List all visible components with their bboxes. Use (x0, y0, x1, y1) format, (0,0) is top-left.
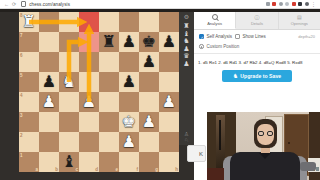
panel-tabs: Analysis ⓘ Details ▤ Openings (194, 12, 320, 30)
upgrade-to-save-button[interactable]: ♞ Upgrade to Save (222, 70, 292, 82)
square-g1[interactable]: g (139, 152, 159, 172)
square-d3[interactable] (79, 112, 99, 132)
square-b8[interactable] (39, 12, 59, 32)
file-coordinate: h (175, 167, 178, 172)
captured-piece-icon: ♟ (183, 61, 189, 69)
board-grid: 8♜7♜♟♚♟6♟5♟♞♟4♟♟♟3♚♟2♟1abc♝defgh (19, 12, 179, 172)
extension-icon[interactable] (279, 2, 283, 6)
square-a4[interactable]: 4 (19, 92, 39, 112)
square-c1[interactable]: c♝ (59, 152, 79, 172)
square-h2[interactable] (159, 132, 179, 152)
engine-line[interactable]: 1. d5 Re1 2. d6 Rd1 3. d7 Rb2 4. d8=Q Rx… (194, 54, 320, 65)
square-a5[interactable]: 5 (19, 72, 39, 92)
rank-coordinate: 4 (20, 93, 23, 98)
piece-black-p-h7[interactable]: ♟ (159, 32, 179, 52)
tab-analysis[interactable]: Analysis (194, 12, 236, 29)
browser-menu-icon[interactable]: ⋮ (311, 0, 316, 9)
square-b4[interactable]: ♟ (39, 92, 59, 112)
tab-analysis-label: Analysis (207, 21, 222, 26)
square-d2[interactable] (79, 132, 99, 152)
square-g6[interactable]: ♟ (139, 52, 159, 72)
square-c5[interactable]: ♞ (59, 72, 79, 92)
piece-white-p-g3[interactable]: ♟ (139, 112, 159, 132)
partial-popup[interactable]: K (187, 145, 206, 162)
piece-black-p-b5[interactable]: ♟ (39, 72, 59, 92)
square-h6[interactable] (159, 52, 179, 72)
extension-icon[interactable] (285, 2, 289, 6)
screen: ← ⟳ chess.com/analysis ⋮ 8♜7♜♟♚♟6♟5♟♞♟4♟… (0, 0, 320, 180)
square-g2[interactable] (139, 132, 159, 152)
captured-pieces-list: ♜♝♞♟♛♟ (183, 23, 189, 68)
file-coordinate: e (115, 167, 118, 172)
square-e5[interactable] (99, 72, 119, 92)
square-g4[interactable] (139, 92, 159, 112)
square-f4[interactable] (119, 92, 139, 112)
square-b1[interactable]: b (39, 152, 59, 172)
square-f5[interactable]: ♟ (119, 72, 139, 92)
square-c3[interactable] (59, 112, 79, 132)
square-a1[interactable]: 1a (19, 152, 39, 172)
square-e6[interactable] (99, 52, 119, 72)
piece-black-p-g6[interactable]: ♟ (139, 52, 159, 72)
square-c2[interactable] (59, 132, 79, 152)
square-g8[interactable] (139, 12, 159, 32)
square-a6[interactable]: 6 (19, 52, 39, 72)
square-b7[interactable] (39, 32, 59, 52)
tab-openings[interactable]: ▤ Openings (279, 12, 320, 29)
show-lines-label: Show Lines (243, 34, 266, 39)
tab-details-label: Details (251, 21, 263, 26)
extension-icon[interactable] (266, 2, 270, 6)
square-d6[interactable] (79, 52, 99, 72)
show-lines-checkbox[interactable] (235, 34, 240, 39)
depth-label: depth=20 (298, 34, 315, 39)
square-c4[interactable] (59, 92, 79, 112)
door-knob (288, 142, 290, 144)
magnifier-icon (212, 14, 218, 20)
partial-popup-label: K (199, 151, 203, 157)
tab-details[interactable]: ⓘ Details (236, 12, 278, 29)
self-analysis-label: Self Analysis (207, 34, 233, 39)
square-b3[interactable] (39, 112, 59, 132)
rank-coordinate: 2 (20, 133, 23, 138)
square-h4[interactable]: ♟ (159, 92, 179, 112)
back-icon[interactable]: ← (4, 0, 9, 9)
square-h5[interactable] (159, 72, 179, 92)
square-e4[interactable] (99, 92, 119, 112)
square-d8[interactable] (79, 12, 99, 32)
custom-position-icon (199, 44, 204, 49)
square-g5[interactable] (139, 72, 159, 92)
refresh-icon[interactable]: ⟳ (12, 0, 16, 9)
file-coordinate: b (55, 167, 58, 172)
piece-white-p-b4[interactable]: ♟ (39, 92, 59, 112)
chess-board[interactable]: 8♜7♜♟♚♟6♟5♟♞♟4♟♟♟3♚♟2♟1abc♝defgh (19, 12, 179, 172)
webcam-overlay (207, 112, 320, 180)
captured-pieces-bottom: ♙♘ (184, 131, 189, 143)
square-e8[interactable] (99, 12, 119, 32)
browser-toolbar-icons: ⋮ (266, 0, 317, 9)
file-coordinate: c (75, 167, 78, 172)
extension-icon[interactable] (298, 2, 302, 6)
piece-white-n-c5[interactable]: ♞ (59, 72, 79, 92)
furniture-corner (207, 168, 224, 180)
square-e7[interactable]: ♜ (99, 32, 119, 52)
square-h7[interactable]: ♟ (159, 32, 179, 52)
square-d4[interactable]: ♟ (79, 92, 99, 112)
square-g3[interactable]: ♟ (139, 112, 159, 132)
file-coordinate: f (137, 167, 139, 172)
browser-address-bar: ← ⟳ chess.com/analysis ⋮ (0, 0, 320, 9)
square-b6[interactable] (39, 52, 59, 72)
square-h1[interactable]: h (159, 152, 179, 172)
square-e2[interactable] (99, 132, 119, 152)
square-f8[interactable] (119, 12, 139, 32)
square-b5[interactable]: ♟ (39, 72, 59, 92)
square-h3[interactable] (159, 112, 179, 132)
square-a8[interactable]: 8♜ (19, 12, 39, 32)
square-f1[interactable]: f (119, 152, 139, 172)
piece-white-p-f2[interactable]: ♟ (119, 132, 139, 152)
rank-coordinate: 5 (20, 73, 23, 78)
extension-icon[interactable] (272, 2, 276, 6)
rank-coordinate: 6 (20, 53, 23, 58)
square-f2[interactable]: ♟ (119, 132, 139, 152)
book-icon: ▤ (297, 15, 302, 20)
square-a2[interactable]: 2 (19, 132, 39, 152)
custom-position-label: Custom Position (207, 44, 240, 49)
square-f7[interactable]: ♟ (119, 32, 139, 52)
square-c7[interactable] (59, 32, 79, 52)
self-analysis-checkbox[interactable] (199, 34, 204, 39)
square-a3[interactable]: 3 (19, 112, 39, 132)
knight-icon: ♞ (233, 70, 238, 82)
piece-white-p-d4[interactable]: ♟ (79, 92, 99, 112)
gear-icon[interactable]: ⚙ (184, 13, 189, 21)
piece-black-p-f7[interactable]: ♟ (119, 32, 139, 52)
square-b2[interactable] (39, 132, 59, 152)
square-d1[interactable]: d (79, 152, 99, 172)
extension-icon[interactable] (292, 2, 296, 6)
chair-armrest (300, 162, 316, 171)
lock-icon (21, 1, 26, 7)
square-f6[interactable] (119, 52, 139, 72)
rank-coordinate: 7 (20, 33, 23, 38)
square-g7[interactable]: ♚ (139, 32, 159, 52)
piece-white-k-f3[interactable]: ♚ (119, 112, 139, 132)
square-d5[interactable] (79, 72, 99, 92)
custom-position-row[interactable]: Custom Position (194, 42, 320, 54)
file-coordinate: g (155, 167, 158, 172)
square-c6[interactable] (59, 52, 79, 72)
square-a7[interactable]: 7 (19, 32, 39, 52)
captured-piece-icon: ♘ (184, 137, 189, 143)
square-h8[interactable] (159, 12, 179, 32)
rank-coordinate: 3 (20, 113, 23, 118)
file-coordinate: a (35, 167, 38, 172)
piece-black-p-f5[interactable]: ♟ (119, 72, 139, 92)
square-e3[interactable] (99, 112, 119, 132)
glasses (258, 131, 274, 136)
piece-white-p-h4[interactable]: ♟ (159, 92, 179, 112)
captured-pieces-rail: ⚙ ♜♝♞♟♛♟ ♙♘ (179, 12, 194, 145)
upgrade-button-label: Upgrade to Save (240, 73, 281, 79)
analysis-options: Self Analysis Show Lines depth=20 (194, 30, 320, 42)
url-text[interactable]: chess.com/analysis (29, 2, 70, 7)
profile-avatar[interactable] (305, 2, 309, 6)
rank-coordinate: 1 (20, 153, 23, 158)
file-coordinate: d (95, 167, 98, 172)
rank-coordinate: 8 (20, 13, 23, 18)
tab-openings-label: Openings (291, 21, 308, 26)
wardrobe-handle (219, 120, 221, 150)
square-e1[interactable]: e (99, 152, 119, 172)
square-c8[interactable] (59, 12, 79, 32)
piece-black-k-g7[interactable]: ♚ (139, 32, 159, 52)
site-header-strip (0, 9, 320, 12)
piece-black-r-e7[interactable]: ♜ (99, 32, 119, 52)
info-icon: ⓘ (254, 15, 259, 20)
square-f3[interactable]: ♚ (119, 112, 139, 132)
square-d7[interactable] (79, 32, 99, 52)
